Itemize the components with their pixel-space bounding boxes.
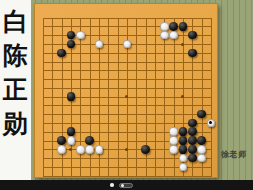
stone-black xyxy=(179,136,188,145)
stone-black xyxy=(67,92,76,101)
stone-black xyxy=(188,145,197,154)
stone-black xyxy=(179,145,188,154)
stone-white xyxy=(169,127,178,136)
watermark-text: 徐老师 xyxy=(221,149,253,160)
stone-black xyxy=(67,31,76,40)
record-dot-icon[interactable] xyxy=(110,183,114,187)
stone-black xyxy=(188,136,197,145)
stone-white xyxy=(67,136,76,145)
stone-black xyxy=(197,110,206,119)
stone-white xyxy=(197,154,206,163)
last-move-marker xyxy=(209,121,212,124)
stone-black xyxy=(188,127,197,136)
stone-white xyxy=(95,40,104,49)
player-name-char-1: 陈 xyxy=(0,39,31,73)
stone-white xyxy=(123,40,132,49)
stone-white xyxy=(169,31,178,40)
toggle-knob-icon xyxy=(121,184,124,187)
stone-white xyxy=(95,145,104,154)
stone-black xyxy=(179,127,188,136)
stone-white xyxy=(179,154,188,163)
stone-black xyxy=(169,22,178,31)
grid-line-horizontal xyxy=(43,105,212,106)
stone-white xyxy=(76,31,85,40)
stone-white xyxy=(169,136,178,145)
stone-white xyxy=(207,119,216,128)
grid-line-vertical xyxy=(155,18,156,177)
video-frame: 白 陈 正 勋 徐老师 xyxy=(0,0,253,190)
grid-line-horizontal xyxy=(43,114,212,115)
grid-line-horizontal xyxy=(43,123,212,124)
stone-white xyxy=(160,22,169,31)
player-name-char-3: 勋 xyxy=(0,107,31,141)
stone-white xyxy=(160,31,169,40)
player-name-char-2: 正 xyxy=(0,73,31,107)
stone-black xyxy=(67,40,76,49)
go-board[interactable] xyxy=(34,3,218,178)
stone-black xyxy=(188,49,197,58)
stone-black xyxy=(188,31,197,40)
stone-black xyxy=(57,49,66,58)
stone-black xyxy=(188,119,197,128)
grid-line-horizontal xyxy=(43,176,212,177)
player-control-bar[interactable] xyxy=(0,180,253,190)
stone-white xyxy=(76,145,85,154)
toggle-pill-icon[interactable] xyxy=(119,183,133,188)
stone-black xyxy=(85,136,94,145)
stone-white xyxy=(169,145,178,154)
grid-line-vertical xyxy=(211,18,212,177)
stone-black xyxy=(141,145,150,154)
stone-black xyxy=(179,22,188,31)
stone-white xyxy=(57,145,66,154)
stone-black xyxy=(57,136,66,145)
stone-white xyxy=(179,163,188,172)
stone-black xyxy=(197,136,206,145)
player-name-panel: 白 陈 正 勋 xyxy=(0,0,31,181)
stone-white xyxy=(85,145,94,154)
stone-white xyxy=(197,145,206,154)
grid-line-vertical xyxy=(164,18,165,177)
player-color-label: 白 xyxy=(0,5,31,39)
stone-black xyxy=(67,127,76,136)
grid-line-vertical xyxy=(136,18,137,177)
stone-black xyxy=(188,154,197,163)
